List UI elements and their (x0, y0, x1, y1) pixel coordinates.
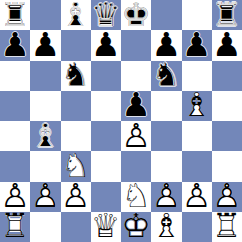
black-king-piece[interactable]: ♚︎♔︎ (121, 0, 151, 30)
white-pawn-piece[interactable]: ♟︎♙︎ (182, 182, 212, 212)
white-pawn-piece[interactable]: ♟︎♙︎ (121, 121, 151, 151)
piece-outline-glyph: ♙︎ (61, 181, 91, 211)
square-h6[interactable] (212, 61, 242, 91)
black-bishop-piece[interactable]: ♝︎♗︎ (61, 0, 91, 30)
piece-outline-glyph: ♘︎ (151, 60, 181, 90)
black-pawn-piece[interactable]: ♟︎ (212, 30, 242, 60)
black-pawn-piece[interactable]: ♟︎ (182, 30, 212, 60)
piece-outline-glyph: ♗︎ (151, 211, 181, 241)
square-d7[interactable]: ♟︎ (91, 30, 121, 60)
square-a7[interactable]: ♟︎ (0, 30, 30, 60)
square-d5[interactable] (91, 91, 121, 121)
square-d6[interactable] (91, 61, 121, 91)
square-c5[interactable] (61, 91, 91, 121)
square-b4[interactable]: ♝︎♗︎ (30, 121, 60, 151)
square-c1[interactable] (61, 212, 91, 242)
square-g2[interactable]: ♟︎♙︎ (182, 182, 212, 212)
square-f5[interactable] (151, 91, 181, 121)
square-g1[interactable] (182, 212, 212, 242)
square-d1[interactable]: ♛︎♕︎ (91, 212, 121, 242)
black-pawn-piece[interactable]: ♟︎ (91, 30, 121, 60)
square-g4[interactable] (182, 121, 212, 151)
piece-outline-glyph: ♙︎ (182, 181, 212, 211)
piece-fill-glyph: ♟︎ (0, 29, 30, 59)
white-king-piece[interactable]: ♚︎♔︎ (121, 212, 151, 242)
square-g5[interactable]: ♝︎♗︎ (182, 91, 212, 121)
square-h4[interactable] (212, 121, 242, 151)
piece-fill-glyph: ♟︎ (91, 29, 121, 59)
piece-outline-glyph: ♖︎ (212, 211, 242, 241)
piece-outline-glyph: ♖︎ (0, 211, 30, 241)
white-rook-piece[interactable]: ♜︎♖︎ (212, 212, 242, 242)
piece-fill-glyph: ♟︎ (30, 29, 60, 59)
piece-outline-glyph: ♘︎ (61, 60, 91, 90)
square-f4[interactable] (151, 121, 181, 151)
piece-outline-glyph: ♕︎ (91, 211, 121, 241)
square-d3[interactable] (91, 151, 121, 181)
square-e8[interactable]: ♚︎♔︎ (121, 0, 151, 30)
piece-outline-glyph: ♗︎ (61, 0, 91, 29)
chess-board: ♜︎♖︎♝︎♗︎♛︎♕︎♚︎♔︎♜︎♖︎♟︎♟︎♟︎♟︎♟︎♟︎♞︎♘︎♞︎♘︎… (0, 0, 242, 242)
square-a4[interactable] (0, 121, 30, 151)
square-a5[interactable] (0, 91, 30, 121)
piece-outline-glyph: ♗︎ (182, 90, 212, 120)
square-c6[interactable]: ♞︎♘︎ (61, 61, 91, 91)
white-queen-piece[interactable]: ♛︎♕︎ (91, 212, 121, 242)
black-knight-piece[interactable]: ♞︎♘︎ (61, 61, 91, 91)
square-h5[interactable] (212, 91, 242, 121)
black-bishop-piece[interactable]: ♝︎♗︎ (30, 121, 60, 151)
white-rook-piece[interactable]: ♜︎♖︎ (0, 212, 30, 242)
black-knight-piece[interactable]: ♞︎♘︎ (151, 61, 181, 91)
square-c8[interactable]: ♝︎♗︎ (61, 0, 91, 30)
square-b6[interactable] (30, 61, 60, 91)
piece-fill-glyph: ♟︎ (182, 29, 212, 59)
black-pawn-piece[interactable]: ♟︎ (0, 30, 30, 60)
piece-outline-glyph: ♗︎ (30, 120, 60, 150)
square-h7[interactable]: ♟︎ (212, 30, 242, 60)
square-e7[interactable] (121, 30, 151, 60)
square-b7[interactable]: ♟︎ (30, 30, 60, 60)
square-b2[interactable]: ♟︎♙︎ (30, 182, 60, 212)
piece-outline-glyph: ♙︎ (121, 120, 151, 150)
white-bishop-piece[interactable]: ♝︎♗︎ (151, 212, 181, 242)
square-d4[interactable] (91, 121, 121, 151)
square-b1[interactable] (30, 212, 60, 242)
square-f1[interactable]: ♝︎♗︎ (151, 212, 181, 242)
white-pawn-piece[interactable]: ♟︎♙︎ (61, 182, 91, 212)
square-a1[interactable]: ♜︎♖︎ (0, 212, 30, 242)
square-e1[interactable]: ♚︎♔︎ (121, 212, 151, 242)
square-c2[interactable]: ♟︎♙︎ (61, 182, 91, 212)
piece-fill-glyph: ♟︎ (212, 29, 242, 59)
piece-outline-glyph: ♙︎ (30, 181, 60, 211)
white-pawn-piece[interactable]: ♟︎♙︎ (30, 182, 60, 212)
square-h1[interactable]: ♜︎♖︎ (212, 212, 242, 242)
black-pawn-piece[interactable]: ♟︎ (30, 30, 60, 60)
piece-outline-glyph: ♔︎ (121, 211, 151, 241)
square-g7[interactable]: ♟︎ (182, 30, 212, 60)
square-f6[interactable]: ♞︎♘︎ (151, 61, 181, 91)
square-e4[interactable]: ♟︎♙︎ (121, 121, 151, 151)
piece-outline-glyph: ♔︎ (121, 0, 151, 29)
white-bishop-piece[interactable]: ♝︎♗︎ (182, 91, 212, 121)
square-a6[interactable] (0, 61, 30, 91)
